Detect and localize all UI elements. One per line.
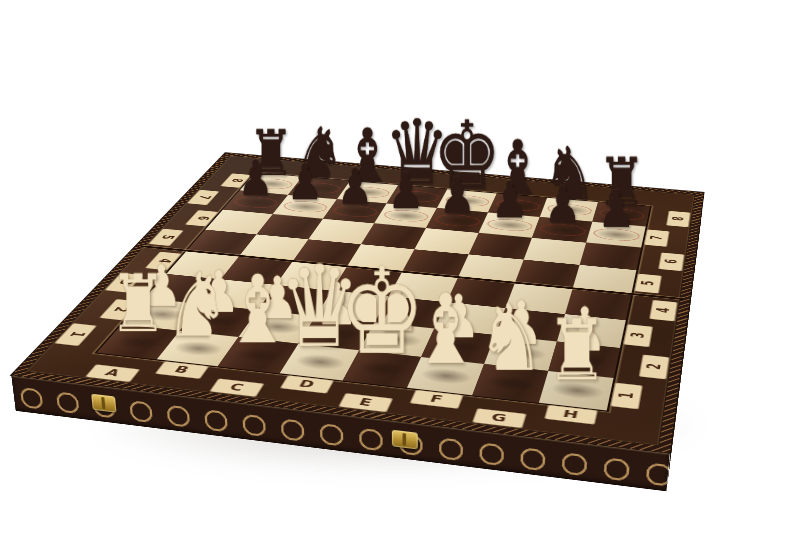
rank-label-right-5: 5 (634, 273, 662, 293)
brass-clasp-right (392, 430, 418, 450)
brass-clasp-left (91, 394, 116, 413)
file-label-d: D (279, 375, 334, 394)
rank-label-right-4: 4 (649, 300, 678, 322)
file-label-b: B (154, 361, 209, 379)
chess-board: 87654321 87654321 ABCDEFGH ♜♞♝♛♚♝♞♜♟♟♟♟♟… (11, 153, 704, 454)
product-photo: 87654321 87654321 ABCDEFGH ♜♞♝♛♚♝♞♜♟♟♟♟♟… (0, 0, 800, 533)
file-label-h: H (543, 405, 597, 425)
white-rook-h1: ♜ (509, 307, 643, 391)
black-pawn-h7: ♟ (562, 184, 671, 235)
file-label-f: F (409, 390, 463, 409)
rank-label-right-6: 6 (658, 252, 685, 271)
square-g6 (524, 238, 586, 265)
